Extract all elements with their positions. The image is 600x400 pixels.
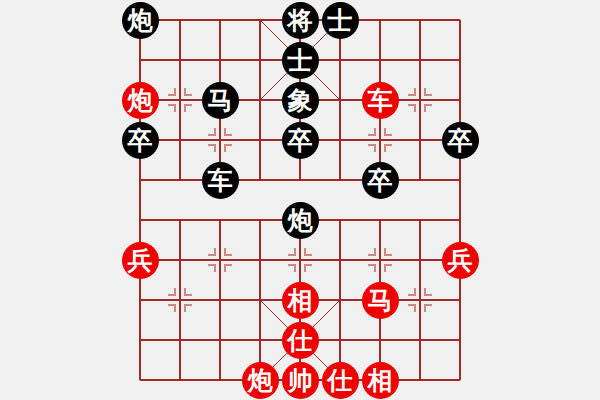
red-general[interactable]: 帅: [282, 362, 319, 399]
xiangqi-board[interactable]: 炮将士士炮马象车卒卒卒车卒炮兵兵相马仕炮帅仕相: [120, 0, 480, 400]
point-marker-corner: [384, 264, 392, 272]
point-marker-corner: [368, 248, 376, 256]
black-cannon[interactable]: 炮: [122, 2, 159, 39]
point-marker-corner: [208, 248, 216, 256]
point-marker-corner: [424, 304, 432, 312]
point-marker-corner: [368, 144, 376, 152]
point-marker-corner: [208, 128, 216, 136]
point-marker: [200, 120, 240, 160]
black-horse[interactable]: 马: [202, 82, 239, 119]
black-elephant[interactable]: 象: [282, 82, 319, 119]
point-marker: [360, 120, 400, 160]
black-soldier[interactable]: 卒: [442, 122, 479, 159]
point-marker-corner: [368, 264, 376, 272]
point-marker-corner: [184, 88, 192, 96]
red-horse[interactable]: 马: [362, 282, 399, 319]
point-marker-corner: [408, 288, 416, 296]
point-marker-corner: [184, 304, 192, 312]
point-marker-corner: [304, 248, 312, 256]
black-general[interactable]: 将: [282, 2, 319, 39]
point-marker-corner: [224, 248, 232, 256]
point-marker-corner: [408, 104, 416, 112]
point-marker: [280, 240, 320, 280]
point-marker-corner: [384, 248, 392, 256]
point-marker-corner: [384, 128, 392, 136]
point-marker-corner: [184, 104, 192, 112]
black-advisor[interactable]: 士: [322, 2, 359, 39]
point-marker-corner: [208, 144, 216, 152]
point-marker-corner: [384, 144, 392, 152]
xiangqi-diagram: 炮将士士炮马象车卒卒卒车卒炮兵兵相马仕炮帅仕相: [0, 0, 600, 400]
point-marker: [200, 240, 240, 280]
point-marker-corner: [224, 264, 232, 272]
point-marker: [400, 80, 440, 120]
red-advisor[interactable]: 仕: [282, 322, 319, 359]
black-soldier[interactable]: 卒: [282, 122, 319, 159]
red-soldier[interactable]: 兵: [442, 242, 479, 279]
red-chariot[interactable]: 车: [362, 82, 399, 119]
black-soldier[interactable]: 卒: [362, 162, 399, 199]
point-marker-corner: [184, 288, 192, 296]
red-elephant[interactable]: 相: [282, 282, 319, 319]
point-marker-corner: [168, 288, 176, 296]
point-marker-corner: [224, 128, 232, 136]
black-cannon[interactable]: 炮: [282, 202, 319, 239]
point-marker-corner: [168, 88, 176, 96]
black-advisor[interactable]: 士: [282, 42, 319, 79]
point-marker-corner: [224, 144, 232, 152]
point-marker-corner: [408, 88, 416, 96]
black-chariot[interactable]: 车: [202, 162, 239, 199]
point-marker-corner: [208, 264, 216, 272]
point-marker-corner: [304, 264, 312, 272]
point-marker-corner: [168, 304, 176, 312]
red-advisor[interactable]: 仕: [322, 362, 359, 399]
point-marker: [400, 280, 440, 320]
point-marker: [160, 280, 200, 320]
point-marker: [160, 80, 200, 120]
point-marker-corner: [288, 248, 296, 256]
red-cannon[interactable]: 炮: [242, 362, 279, 399]
point-marker-corner: [424, 104, 432, 112]
point-marker-corner: [288, 264, 296, 272]
point-marker-corner: [168, 104, 176, 112]
red-elephant[interactable]: 相: [362, 362, 399, 399]
red-cannon[interactable]: 炮: [122, 82, 159, 119]
point-marker-corner: [424, 288, 432, 296]
black-soldier[interactable]: 卒: [122, 122, 159, 159]
point-marker-corner: [368, 128, 376, 136]
red-soldier[interactable]: 兵: [122, 242, 159, 279]
point-marker-corner: [408, 304, 416, 312]
point-marker: [360, 240, 400, 280]
point-marker-corner: [424, 88, 432, 96]
